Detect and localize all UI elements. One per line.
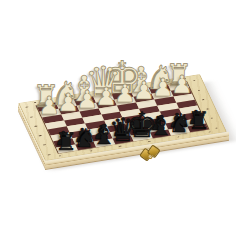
chess-piece-white-pawn[interactable]: ♟: [95, 85, 117, 110]
frame-screw-dot: [202, 99, 205, 100]
frame-screw-dot: [193, 80, 196, 81]
chess-piece-white-pawn[interactable]: ♟: [171, 73, 193, 98]
frame-screw-dot: [210, 118, 213, 119]
frame-screw-dot: [34, 126, 37, 127]
chess-piece-black-knight[interactable]: ♞: [73, 126, 96, 152]
brass-clasp-icon: [140, 145, 160, 163]
frame-screw-dot: [39, 135, 42, 136]
frame-screw-dot: [25, 107, 28, 108]
chess-piece-white-pawn[interactable]: ♟: [57, 91, 79, 116]
frame-screw-dot: [48, 154, 51, 155]
chess-set-photo: ♜♞♝♛♚♝♞♜♟♟♟♟♟♟♟♟♟♟♟♟♟♟♟♟♜♞♝♛♚♝♞♜: [0, 0, 236, 236]
chess-piece-white-pawn[interactable]: ♟: [152, 76, 174, 101]
chess-piece-white-pawn[interactable]: ♟: [76, 88, 98, 113]
frame-screw-dot: [197, 90, 200, 91]
chess-piece-white-pawn[interactable]: ♟: [133, 79, 155, 104]
frame-screw-dot: [30, 116, 33, 117]
frame-screw-dot: [43, 144, 46, 145]
chess-piece-white-pawn[interactable]: ♟: [38, 94, 60, 119]
chess-piece-black-rook[interactable]: ♜: [55, 131, 76, 155]
frame-screw-dot: [215, 127, 218, 128]
chess-piece-white-pawn[interactable]: ♟: [114, 82, 136, 107]
clasp-ring: [147, 154, 153, 160]
